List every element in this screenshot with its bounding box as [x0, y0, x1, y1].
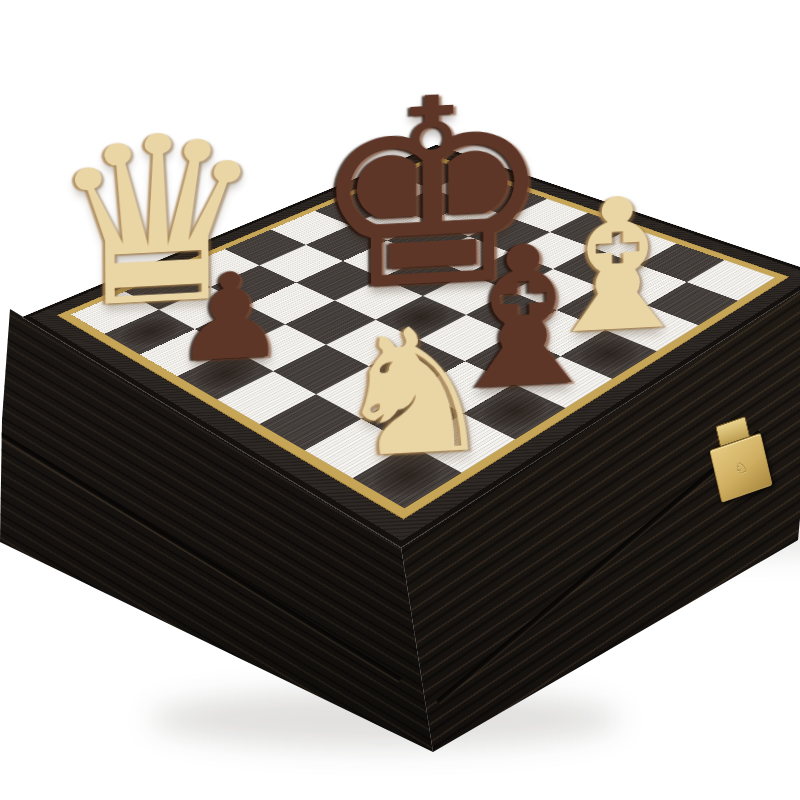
knight-crest-icon: ♘	[733, 458, 749, 477]
brass-latch[interactable]: ♘	[705, 412, 774, 506]
product-photo: ♘ ♛♟♚♞♝♝	[0, 0, 800, 800]
square-a1: ♞	[353, 445, 462, 509]
light-knight: ♞	[241, 297, 588, 488]
